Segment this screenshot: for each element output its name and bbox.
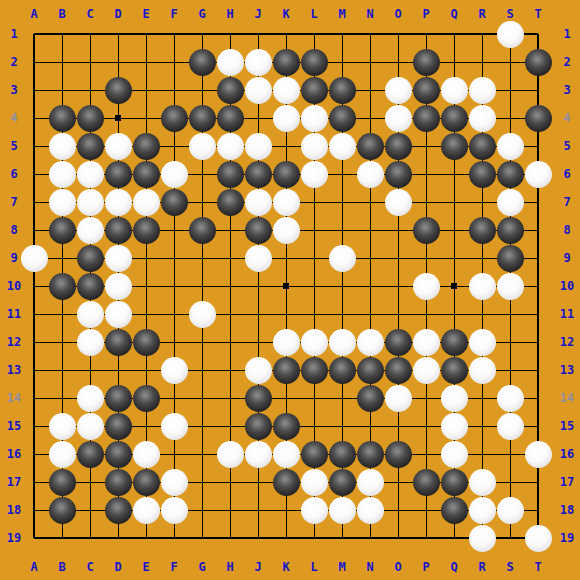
- black-stone-L3: [301, 77, 328, 104]
- white-stone-O4: [385, 105, 412, 132]
- black-stone-O6: [385, 161, 412, 188]
- white-stone-F18: [161, 497, 188, 524]
- row-label-right: 2: [563, 56, 570, 68]
- go-board[interactable]: AABBCCDDEEFFGGHHJJKKLLMMNNOOPPQQRRSSTT11…: [0, 0, 580, 580]
- black-stone-O5: [385, 133, 412, 160]
- column-label-top: A: [30, 8, 37, 20]
- white-stone-B15: [49, 413, 76, 440]
- row-label-right: 9: [563, 252, 570, 264]
- white-stone-F13: [161, 357, 188, 384]
- white-stone-N18: [357, 497, 384, 524]
- black-stone-M4: [329, 105, 356, 132]
- row-label-right: 7: [563, 196, 570, 208]
- row-label-right: 15: [560, 420, 574, 432]
- black-stone-M17: [329, 469, 356, 496]
- column-label-bottom: N: [366, 561, 373, 573]
- column-label-top: T: [534, 8, 541, 20]
- row-label-right: 1: [563, 28, 570, 40]
- white-stone-D10: [105, 273, 132, 300]
- black-stone-E12: [133, 329, 160, 356]
- white-stone-S14: [497, 385, 524, 412]
- white-stone-R3: [469, 77, 496, 104]
- row-label-right: 5: [563, 140, 570, 152]
- row-label-right: 18: [560, 504, 574, 516]
- row-label-left: 6: [10, 168, 17, 180]
- white-stone-C11: [77, 301, 104, 328]
- star-point: [451, 283, 458, 290]
- white-stone-M12: [329, 329, 356, 356]
- white-stone-K16: [273, 441, 300, 468]
- white-stone-C6: [77, 161, 104, 188]
- column-label-top: O: [394, 8, 401, 20]
- black-stone-B8: [49, 217, 76, 244]
- black-stone-G2: [189, 49, 216, 76]
- column-label-bottom: A: [30, 561, 37, 573]
- black-stone-Q18: [441, 497, 468, 524]
- row-label-left: 13: [7, 364, 21, 376]
- black-stone-C10: [77, 273, 104, 300]
- black-stone-P4: [413, 105, 440, 132]
- white-stone-J3: [245, 77, 272, 104]
- white-stone-M18: [329, 497, 356, 524]
- white-stone-Q16: [441, 441, 468, 468]
- column-label-bottom: B: [58, 561, 65, 573]
- black-stone-F4: [161, 105, 188, 132]
- row-label-left: 10: [7, 280, 21, 292]
- black-stone-N16: [357, 441, 384, 468]
- row-label-right: 3: [563, 84, 570, 96]
- black-stone-Q17: [441, 469, 468, 496]
- black-stone-L16: [301, 441, 328, 468]
- black-stone-O16: [385, 441, 412, 468]
- white-stone-J16: [245, 441, 272, 468]
- black-stone-D18: [105, 497, 132, 524]
- row-label-left: 1: [10, 28, 17, 40]
- black-stone-B18: [49, 497, 76, 524]
- row-label-right: 10: [560, 280, 574, 292]
- row-label-right: 19: [560, 532, 574, 544]
- row-label-right: 13: [560, 364, 574, 376]
- black-stone-D17: [105, 469, 132, 496]
- column-label-top: L: [310, 8, 317, 20]
- row-label-left: 17: [7, 476, 21, 488]
- column-label-bottom: M: [338, 561, 345, 573]
- white-stone-F15: [161, 413, 188, 440]
- black-stone-H3: [217, 77, 244, 104]
- white-stone-R4: [469, 105, 496, 132]
- white-stone-P10: [413, 273, 440, 300]
- black-stone-K2: [273, 49, 300, 76]
- white-stone-Q3: [441, 77, 468, 104]
- white-stone-O7: [385, 189, 412, 216]
- column-label-top: J: [254, 8, 261, 20]
- white-stone-S7: [497, 189, 524, 216]
- white-stone-E7: [133, 189, 160, 216]
- white-stone-L18: [301, 497, 328, 524]
- black-stone-C4: [77, 105, 104, 132]
- column-label-top: N: [366, 8, 373, 20]
- white-stone-C7: [77, 189, 104, 216]
- white-stone-J7: [245, 189, 272, 216]
- white-stone-P12: [413, 329, 440, 356]
- white-stone-P13: [413, 357, 440, 384]
- column-label-top: G: [198, 8, 205, 20]
- black-stone-E14: [133, 385, 160, 412]
- column-label-bottom: K: [282, 561, 289, 573]
- column-label-top: S: [506, 8, 513, 20]
- white-stone-A9: [21, 245, 48, 272]
- white-stone-N6: [357, 161, 384, 188]
- white-stone-F6: [161, 161, 188, 188]
- column-label-top: B: [58, 8, 65, 20]
- white-stone-K3: [273, 77, 300, 104]
- white-stone-L6: [301, 161, 328, 188]
- column-label-top: D: [114, 8, 121, 20]
- black-stone-E17: [133, 469, 160, 496]
- black-stone-C16: [77, 441, 104, 468]
- white-stone-O3: [385, 77, 412, 104]
- black-stone-B4: [49, 105, 76, 132]
- white-stone-R17: [469, 469, 496, 496]
- white-stone-K8: [273, 217, 300, 244]
- row-label-left: 11: [7, 308, 21, 320]
- black-stone-P8: [413, 217, 440, 244]
- white-stone-R18: [469, 497, 496, 524]
- black-stone-P17: [413, 469, 440, 496]
- black-stone-D3: [105, 77, 132, 104]
- white-stone-H5: [217, 133, 244, 160]
- black-stone-L13: [301, 357, 328, 384]
- black-stone-G8: [189, 217, 216, 244]
- white-stone-K7: [273, 189, 300, 216]
- white-stone-K12: [273, 329, 300, 356]
- black-stone-O13: [385, 357, 412, 384]
- black-stone-J6: [245, 161, 272, 188]
- white-stone-C15: [77, 413, 104, 440]
- row-label-left: 3: [10, 84, 17, 96]
- row-label-left: 9: [10, 252, 17, 264]
- black-stone-D16: [105, 441, 132, 468]
- row-label-left: 2: [10, 56, 17, 68]
- black-stone-Q4: [441, 105, 468, 132]
- black-stone-C9: [77, 245, 104, 272]
- white-stone-S15: [497, 413, 524, 440]
- black-stone-G4: [189, 105, 216, 132]
- column-label-bottom: F: [170, 561, 177, 573]
- row-label-right: 6: [563, 168, 570, 180]
- black-stone-N13: [357, 357, 384, 384]
- column-label-bottom: R: [478, 561, 485, 573]
- column-label-top: K: [282, 8, 289, 20]
- white-stone-J13: [245, 357, 272, 384]
- black-stone-H4: [217, 105, 244, 132]
- column-label-bottom: C: [86, 561, 93, 573]
- column-label-bottom: E: [142, 561, 149, 573]
- column-label-top: F: [170, 8, 177, 20]
- white-stone-N12: [357, 329, 384, 356]
- column-label-bottom: P: [422, 561, 429, 573]
- row-label-right: 12: [560, 336, 574, 348]
- white-stone-D9: [105, 245, 132, 272]
- white-stone-C8: [77, 217, 104, 244]
- white-stone-R13: [469, 357, 496, 384]
- column-label-bottom: G: [198, 561, 205, 573]
- white-stone-B5: [49, 133, 76, 160]
- white-stone-S5: [497, 133, 524, 160]
- black-stone-E8: [133, 217, 160, 244]
- black-stone-K6: [273, 161, 300, 188]
- row-label-left: 18: [7, 504, 21, 516]
- white-stone-O14: [385, 385, 412, 412]
- white-stone-M5: [329, 133, 356, 160]
- black-stone-C5: [77, 133, 104, 160]
- black-stone-Q5: [441, 133, 468, 160]
- column-label-bottom: J: [254, 561, 261, 573]
- white-stone-C12: [77, 329, 104, 356]
- black-stone-L2: [301, 49, 328, 76]
- white-stone-R12: [469, 329, 496, 356]
- column-label-top: Q: [450, 8, 457, 20]
- row-label-right: 11: [560, 308, 574, 320]
- white-stone-D7: [105, 189, 132, 216]
- black-stone-D8: [105, 217, 132, 244]
- black-stone-H7: [217, 189, 244, 216]
- black-stone-P3: [413, 77, 440, 104]
- black-stone-S8: [497, 217, 524, 244]
- column-label-bottom: L: [310, 561, 317, 573]
- row-label-left: 5: [10, 140, 17, 152]
- white-stone-T16: [525, 441, 552, 468]
- black-stone-M3: [329, 77, 356, 104]
- black-stone-M16: [329, 441, 356, 468]
- white-stone-D11: [105, 301, 132, 328]
- row-label-left: 4: [10, 112, 17, 124]
- column-label-bottom: O: [394, 561, 401, 573]
- black-stone-T4: [525, 105, 552, 132]
- white-stone-B16: [49, 441, 76, 468]
- column-label-bottom: S: [506, 561, 513, 573]
- white-stone-Q14: [441, 385, 468, 412]
- star-point: [283, 283, 290, 290]
- black-stone-E5: [133, 133, 160, 160]
- column-label-top: P: [422, 8, 429, 20]
- column-label-bottom: T: [534, 561, 541, 573]
- row-label-right: 16: [560, 448, 574, 460]
- white-stone-D5: [105, 133, 132, 160]
- black-stone-K17: [273, 469, 300, 496]
- white-stone-T19: [525, 525, 552, 552]
- white-stone-L4: [301, 105, 328, 132]
- white-stone-M9: [329, 245, 356, 272]
- row-label-right: 8: [563, 224, 570, 236]
- column-label-top: R: [478, 8, 485, 20]
- row-label-left: 16: [7, 448, 21, 460]
- white-stone-L12: [301, 329, 328, 356]
- row-label-right: 17: [560, 476, 574, 488]
- black-stone-J15: [245, 413, 272, 440]
- black-stone-D12: [105, 329, 132, 356]
- column-label-bottom: H: [226, 561, 233, 573]
- white-stone-J5: [245, 133, 272, 160]
- white-stone-L17: [301, 469, 328, 496]
- row-label-left: 15: [7, 420, 21, 432]
- column-label-top: H: [226, 8, 233, 20]
- black-stone-R6: [469, 161, 496, 188]
- black-stone-S9: [497, 245, 524, 272]
- black-stone-P2: [413, 49, 440, 76]
- row-label-right: 14: [560, 392, 574, 404]
- black-stone-S6: [497, 161, 524, 188]
- black-stone-E6: [133, 161, 160, 188]
- white-stone-K4: [273, 105, 300, 132]
- black-stone-D15: [105, 413, 132, 440]
- black-stone-J8: [245, 217, 272, 244]
- row-label-left: 7: [10, 196, 17, 208]
- white-stone-E18: [133, 497, 160, 524]
- black-stone-K15: [273, 413, 300, 440]
- white-stone-E16: [133, 441, 160, 468]
- white-stone-S18: [497, 497, 524, 524]
- white-stone-Q15: [441, 413, 468, 440]
- white-stone-S10: [497, 273, 524, 300]
- white-stone-T6: [525, 161, 552, 188]
- black-stone-D6: [105, 161, 132, 188]
- white-stone-B6: [49, 161, 76, 188]
- black-stone-J14: [245, 385, 272, 412]
- white-stone-R10: [469, 273, 496, 300]
- black-stone-Q13: [441, 357, 468, 384]
- black-stone-O12: [385, 329, 412, 356]
- black-stone-F7: [161, 189, 188, 216]
- star-point: [115, 115, 122, 122]
- white-stone-J2: [245, 49, 272, 76]
- white-stone-S1: [497, 21, 524, 48]
- black-stone-B17: [49, 469, 76, 496]
- white-stone-G11: [189, 301, 216, 328]
- column-label-top: M: [338, 8, 345, 20]
- black-stone-R8: [469, 217, 496, 244]
- white-stone-H2: [217, 49, 244, 76]
- row-label-left: 12: [7, 336, 21, 348]
- black-stone-M13: [329, 357, 356, 384]
- black-stone-N14: [357, 385, 384, 412]
- white-stone-J9: [245, 245, 272, 272]
- white-stone-B7: [49, 189, 76, 216]
- white-stone-F17: [161, 469, 188, 496]
- row-label-right: 4: [563, 112, 570, 124]
- white-stone-R19: [469, 525, 496, 552]
- white-stone-C14: [77, 385, 104, 412]
- black-stone-T2: [525, 49, 552, 76]
- black-stone-Q12: [441, 329, 468, 356]
- column-label-top: E: [142, 8, 149, 20]
- column-label-bottom: Q: [450, 561, 457, 573]
- column-label-bottom: D: [114, 561, 121, 573]
- row-label-left: 14: [7, 392, 21, 404]
- black-stone-H6: [217, 161, 244, 188]
- white-stone-N17: [357, 469, 384, 496]
- row-label-left: 8: [10, 224, 17, 236]
- white-stone-H16: [217, 441, 244, 468]
- white-stone-L5: [301, 133, 328, 160]
- white-stone-G5: [189, 133, 216, 160]
- row-label-left: 19: [7, 532, 21, 544]
- black-stone-N5: [357, 133, 384, 160]
- column-label-top: C: [86, 8, 93, 20]
- black-stone-R5: [469, 133, 496, 160]
- black-stone-B10: [49, 273, 76, 300]
- black-stone-K13: [273, 357, 300, 384]
- black-stone-D14: [105, 385, 132, 412]
